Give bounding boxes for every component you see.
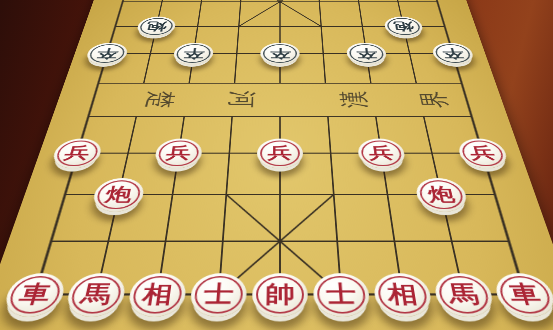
piece-glyph: 相 [386, 282, 419, 305]
piece-glyph: 馬 [79, 282, 114, 305]
piece-glyph: 卒 [355, 48, 378, 60]
piece-glyph: 炮 [392, 21, 414, 32]
piece-glyph: 兵 [368, 145, 395, 161]
piece-black-soldier[interactable]: 卒 [260, 43, 300, 65]
river-char: 河 [222, 88, 261, 111]
table-photo-scene: 楚河漢界 車馬象士將士象馬車炮炮卒卒卒卒卒兵兵兵兵兵炮炮車馬相士帥士相馬車 [0, 0, 553, 330]
piece-glyph: 兵 [468, 145, 497, 161]
grid-line [219, 116, 232, 294]
grid-line [189, 0, 205, 83]
piece-glyph: 炮 [104, 185, 134, 203]
piece-glyph: 帥 [265, 282, 295, 305]
river-char: 楚 [139, 88, 181, 111]
grid-line [355, 0, 371, 83]
grid-line [318, 0, 326, 83]
grid-line [235, 0, 243, 83]
piece-glyph: 卒 [182, 48, 205, 60]
piece-glyph: 兵 [268, 145, 293, 161]
piece-glyph: 卒 [269, 48, 290, 60]
grid-line [393, 0, 416, 83]
piece-glyph: 士 [203, 282, 234, 305]
piece-glyph: 相 [141, 282, 174, 305]
river-char: 界 [412, 88, 455, 111]
piece-glyph: 卒 [441, 48, 465, 60]
piece-glyph: 士 [326, 282, 357, 305]
piece-glyph: 兵 [63, 145, 92, 161]
river-char: 漢 [334, 88, 375, 111]
piece-glyph: 炮 [145, 21, 167, 32]
xiangqi-board[interactable]: 楚河漢界 車馬象士將士象馬車炮炮卒卒卒卒卒兵兵兵兵兵炮炮車馬相士帥士相馬車 [0, 0, 553, 330]
piece-glyph: 炮 [426, 185, 456, 203]
grid-line [328, 116, 341, 294]
piece-glyph: 兵 [165, 145, 192, 161]
piece-glyph: 馬 [446, 282, 481, 305]
grid-line [144, 0, 167, 83]
piece-red-soldier[interactable]: 兵 [257, 139, 304, 169]
piece-glyph: 卒 [95, 48, 119, 60]
